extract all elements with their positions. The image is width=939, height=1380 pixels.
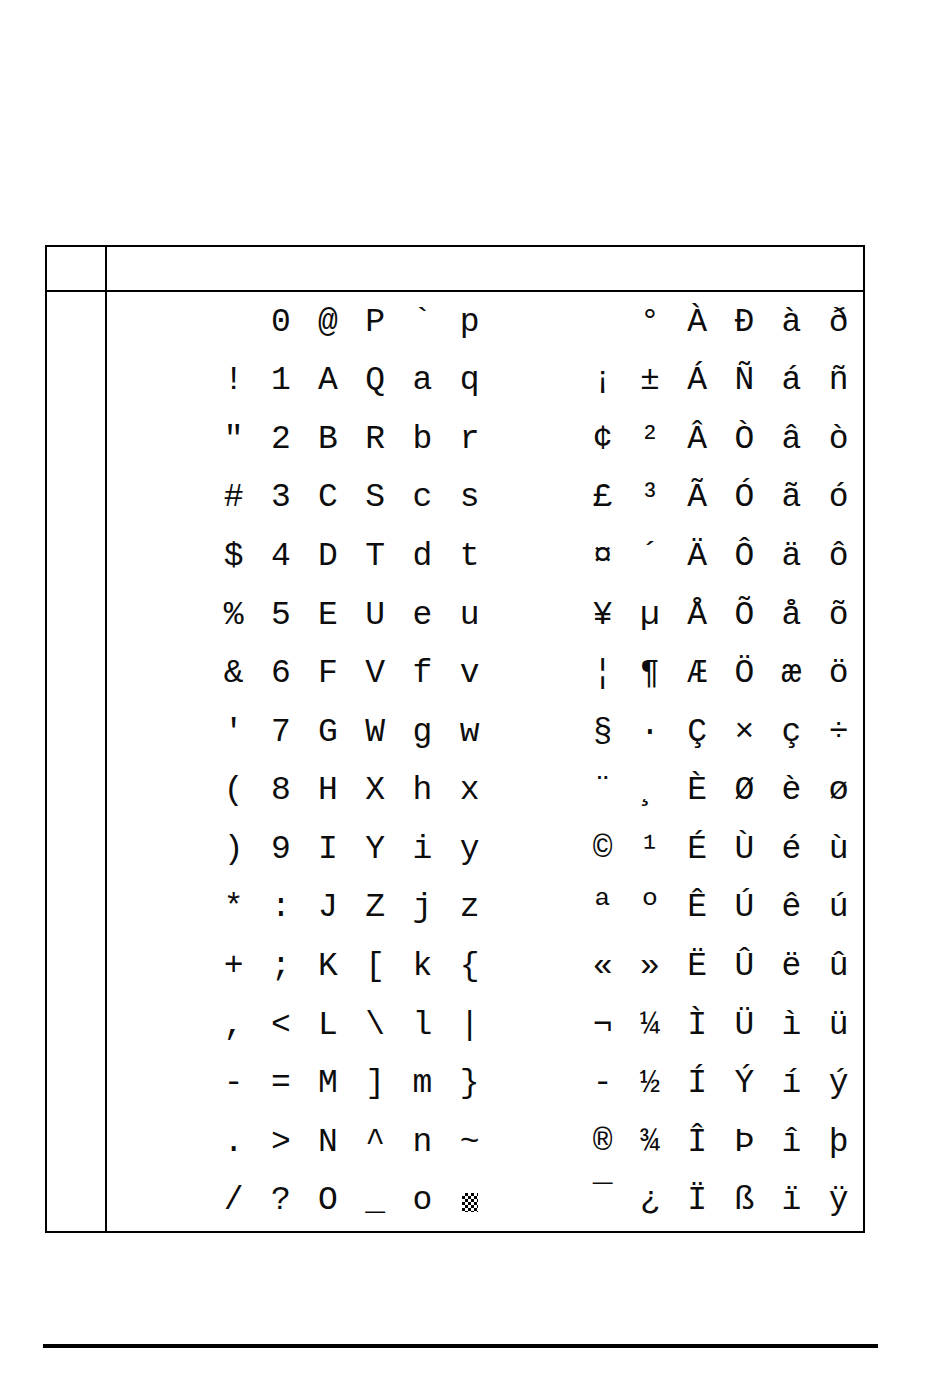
- char-cell-r0c7: °: [626, 293, 673, 352]
- char-cell-r3c5: s: [446, 469, 493, 528]
- char-cell-r15c8: Ï: [674, 1171, 721, 1230]
- char-cell-r10c7: º: [626, 879, 673, 938]
- char-cell-r10c11: ú: [815, 879, 862, 938]
- char-cell-r10c3: Z: [352, 879, 399, 938]
- char-cell-r1c11: ñ: [815, 352, 862, 411]
- char-cell-r10c2: J: [304, 879, 351, 938]
- char-cell-r14c7: ¾: [626, 1113, 673, 1172]
- char-cell-r2c3: R: [352, 410, 399, 469]
- char-cell-r8c9: Ø: [721, 762, 768, 821]
- char-cell-r15c1: ?: [257, 1171, 304, 1230]
- grid-lead-spacer: [107, 469, 210, 528]
- char-cell-r9c4: i: [399, 820, 446, 879]
- grid-block-gap: [493, 644, 579, 703]
- char-cell-r0c0: [210, 293, 257, 352]
- char-cell-r11c8: Ë: [674, 937, 721, 996]
- char-cell-r10c5: z: [446, 879, 493, 938]
- char-cell-r10c0: *: [210, 879, 257, 938]
- char-cell-r8c0: (: [210, 762, 257, 821]
- grid-lead-spacer: [107, 820, 210, 879]
- char-cell-r5c4: e: [399, 586, 446, 645]
- char-cell-r8c11: ø: [815, 762, 862, 821]
- grid-lead-spacer: [107, 1171, 210, 1230]
- char-cell-r12c2: L: [304, 996, 351, 1055]
- char-cell-r7c7: ·: [626, 703, 673, 762]
- char-cell-r12c11: ü: [815, 996, 862, 1055]
- grid-block-gap: [493, 879, 579, 938]
- char-cell-r15c4: o: [399, 1171, 446, 1230]
- char-cell-r13c11: ý: [815, 1054, 862, 1113]
- char-cell-r2c9: Ò: [721, 410, 768, 469]
- char-cell-r9c6: ©: [579, 820, 626, 879]
- grid-lead-spacer: [107, 527, 210, 586]
- char-cell-r1c2: A: [304, 352, 351, 411]
- char-cell-r9c10: é: [768, 820, 815, 879]
- grid-block-gap: [493, 762, 579, 821]
- char-cell-r2c1: 2: [257, 410, 304, 469]
- char-cell-r11c10: ë: [768, 937, 815, 996]
- char-cell-r1c7: ±: [626, 352, 673, 411]
- char-cell-r1c3: Q: [352, 352, 399, 411]
- char-cell-r12c10: ì: [768, 996, 815, 1055]
- char-cell-r7c3: W: [352, 703, 399, 762]
- grid-block-gap: [493, 820, 579, 879]
- char-cell-r12c5: |: [446, 996, 493, 1055]
- char-cell-r7c1: 7: [257, 703, 304, 762]
- char-cell-r14c4: n: [399, 1113, 446, 1172]
- char-cell-r6c11: ö: [815, 644, 862, 703]
- checkerboard-block-glyph: [462, 1193, 478, 1212]
- char-cell-r3c4: c: [399, 469, 446, 528]
- char-cell-r6c4: f: [399, 644, 446, 703]
- char-cell-r9c7: ¹: [626, 820, 673, 879]
- grid-block-gap: [493, 937, 579, 996]
- char-cell-r10c4: j: [399, 879, 446, 938]
- grid-block-gap: [493, 1113, 579, 1172]
- char-cell-r12c1: <: [257, 996, 304, 1055]
- char-cell-r4c9: Ô: [721, 527, 768, 586]
- char-cell-r12c0: ,: [210, 996, 257, 1055]
- char-cell-r15c3: _: [352, 1171, 399, 1230]
- char-cell-r4c4: d: [399, 527, 446, 586]
- char-cell-r3c7: ³: [626, 469, 673, 528]
- char-cell-r2c7: ²: [626, 410, 673, 469]
- char-cell-r3c0: #: [210, 469, 257, 528]
- char-cell-r12c9: Ü: [721, 996, 768, 1055]
- char-cell-r7c9: ×: [721, 703, 768, 762]
- char-cell-r2c10: â: [768, 410, 815, 469]
- char-cell-r14c6: ®: [579, 1113, 626, 1172]
- char-cell-r4c8: Ä: [674, 527, 721, 586]
- char-cell-r5c8: Å: [674, 586, 721, 645]
- grid-lead-spacer: [107, 644, 210, 703]
- char-cell-r5c10: å: [768, 586, 815, 645]
- char-cell-r13c3: ]: [352, 1054, 399, 1113]
- grid-lead-spacer: [107, 1113, 210, 1172]
- char-cell-r4c0: $: [210, 527, 257, 586]
- char-cell-r0c3: P: [352, 293, 399, 352]
- char-cell-r5c7: µ: [626, 586, 673, 645]
- char-cell-r6c0: &: [210, 644, 257, 703]
- manual-page: 0@P`p°ÀÐàð!1AQaq¡±ÁÑáñ"2BRbr¢²ÂÒâò#3CScs…: [0, 0, 939, 1380]
- grid-lead-spacer: [107, 586, 210, 645]
- char-cell-r1c0: !: [210, 352, 257, 411]
- char-cell-r13c10: í: [768, 1054, 815, 1113]
- char-cell-r0c9: Ð: [721, 293, 768, 352]
- grid-lead-spacer: [107, 293, 210, 352]
- char-cell-r7c5: w: [446, 703, 493, 762]
- char-cell-r0c11: ð: [815, 293, 862, 352]
- char-cell-r6c9: Ö: [721, 644, 768, 703]
- char-cell-r2c8: Â: [674, 410, 721, 469]
- char-cell-r0c5: p: [446, 293, 493, 352]
- char-cell-r8c7: ¸: [626, 762, 673, 821]
- char-cell-r3c6: £: [579, 469, 626, 528]
- char-cell-r1c6: ¡: [579, 352, 626, 411]
- char-cell-r2c2: B: [304, 410, 351, 469]
- char-cell-r14c11: þ: [815, 1113, 862, 1172]
- grid-block-gap: [493, 586, 579, 645]
- char-cell-r11c5: {: [446, 937, 493, 996]
- char-cell-r0c10: à: [768, 293, 815, 352]
- char-cell-r13c8: Í: [674, 1054, 721, 1113]
- char-cell-r2c5: r: [446, 410, 493, 469]
- char-cell-r13c2: M: [304, 1054, 351, 1113]
- char-cell-r12c6: ¬: [579, 996, 626, 1055]
- grid-block-gap: [493, 410, 579, 469]
- char-cell-r15c0: /: [210, 1171, 257, 1230]
- char-cell-r5c1: 5: [257, 586, 304, 645]
- char-cell-r6c7: ¶: [626, 644, 673, 703]
- grid-block-gap: [493, 352, 579, 411]
- char-cell-r9c1: 9: [257, 820, 304, 879]
- char-cell-r1c8: Á: [674, 352, 721, 411]
- char-cell-r7c10: ç: [768, 703, 815, 762]
- char-cell-r1c5: q: [446, 352, 493, 411]
- char-cell-r7c0: ': [210, 703, 257, 762]
- char-cell-r7c4: g: [399, 703, 446, 762]
- char-cell-r11c0: +: [210, 937, 257, 996]
- char-cell-r14c0: .: [210, 1113, 257, 1172]
- char-cell-r6c6: ¦: [579, 644, 626, 703]
- char-cell-r13c6: -: [579, 1054, 626, 1113]
- char-cell-r9c8: É: [674, 820, 721, 879]
- footer-rule: [43, 1344, 878, 1348]
- char-cell-r5c6: ¥: [579, 586, 626, 645]
- char-cell-r10c8: Ê: [674, 879, 721, 938]
- char-cell-r14c5: ~: [446, 1113, 493, 1172]
- char-cell-r1c9: Ñ: [721, 352, 768, 411]
- grid-block-gap: [493, 996, 579, 1055]
- char-cell-r4c10: ä: [768, 527, 815, 586]
- char-cell-r11c7: »: [626, 937, 673, 996]
- grid-block-gap: [493, 703, 579, 762]
- char-cell-r6c5: v: [446, 644, 493, 703]
- char-cell-r6c10: æ: [768, 644, 815, 703]
- grid-lead-spacer: [107, 762, 210, 821]
- char-cell-r8c10: è: [768, 762, 815, 821]
- char-cell-r3c1: 3: [257, 469, 304, 528]
- char-cell-r11c4: k: [399, 937, 446, 996]
- grid-lead-spacer: [107, 996, 210, 1055]
- grid-block-gap: [493, 1054, 579, 1113]
- char-cell-r5c11: õ: [815, 586, 862, 645]
- grid-block-gap: [493, 1171, 579, 1230]
- char-cell-r9c3: Y: [352, 820, 399, 879]
- char-cell-r10c9: Ú: [721, 879, 768, 938]
- char-cell-r12c3: \: [352, 996, 399, 1055]
- char-cell-r7c2: G: [304, 703, 351, 762]
- grid-lead-spacer: [107, 410, 210, 469]
- char-cell-r0c1: 0: [257, 293, 304, 352]
- char-cell-r0c2: @: [304, 293, 351, 352]
- char-cell-r15c9: ß: [721, 1171, 768, 1230]
- char-cell-r14c2: N: [304, 1113, 351, 1172]
- char-cell-r8c1: 8: [257, 762, 304, 821]
- char-cell-r11c3: [: [352, 937, 399, 996]
- char-cell-r3c10: ã: [768, 469, 815, 528]
- char-cell-r6c8: Æ: [674, 644, 721, 703]
- char-cell-r12c4: l: [399, 996, 446, 1055]
- char-cell-r15c2: O: [304, 1171, 351, 1230]
- char-cell-r13c4: m: [399, 1054, 446, 1113]
- grid-block-gap: [493, 293, 579, 352]
- char-cell-r6c2: F: [304, 644, 351, 703]
- grid-lead-spacer: [107, 879, 210, 938]
- char-cell-r11c6: «: [579, 937, 626, 996]
- char-cell-r2c6: ¢: [579, 410, 626, 469]
- char-cell-r13c5: }: [446, 1054, 493, 1113]
- char-cell-r6c1: 6: [257, 644, 304, 703]
- char-cell-r15c5: [446, 1171, 493, 1230]
- char-cell-r13c9: Ý: [721, 1054, 768, 1113]
- grid-block-gap: [493, 469, 579, 528]
- char-cell-r4c6: ¤: [579, 527, 626, 586]
- char-cell-r5c5: u: [446, 586, 493, 645]
- char-cell-r8c5: x: [446, 762, 493, 821]
- char-cell-r10c1: :: [257, 879, 304, 938]
- char-cell-r0c8: À: [674, 293, 721, 352]
- char-cell-r15c7: ¿: [626, 1171, 673, 1230]
- char-cell-r12c8: Ì: [674, 996, 721, 1055]
- char-cell-r10c6: ª: [579, 879, 626, 938]
- char-cell-r5c9: Õ: [721, 586, 768, 645]
- char-cell-r8c8: È: [674, 762, 721, 821]
- header-row-divider: [45, 290, 865, 292]
- char-cell-r2c11: ò: [815, 410, 862, 469]
- char-cell-r3c11: ó: [815, 469, 862, 528]
- char-cell-r15c10: ï: [768, 1171, 815, 1230]
- char-cell-r2c4: b: [399, 410, 446, 469]
- char-cell-r0c6: [579, 293, 626, 352]
- char-cell-r9c0: ): [210, 820, 257, 879]
- char-cell-r7c6: §: [579, 703, 626, 762]
- char-cell-r8c4: h: [399, 762, 446, 821]
- char-cell-r1c4: a: [399, 352, 446, 411]
- char-cell-r13c7: ½: [626, 1054, 673, 1113]
- char-cell-r11c2: K: [304, 937, 351, 996]
- char-cell-r3c8: Ã: [674, 469, 721, 528]
- character-grid: 0@P`p°ÀÐàð!1AQaq¡±ÁÑáñ"2BRbr¢²ÂÒâò#3CScs…: [107, 293, 863, 1230]
- grid-lead-spacer: [107, 352, 210, 411]
- char-cell-r2c0: ": [210, 410, 257, 469]
- grid-block-gap: [493, 527, 579, 586]
- char-cell-r14c8: Î: [674, 1113, 721, 1172]
- char-cell-r8c6: ¨: [579, 762, 626, 821]
- table-header-cell: [109, 247, 863, 290]
- char-cell-r4c5: t: [446, 527, 493, 586]
- char-cell-r10c10: ê: [768, 879, 815, 938]
- char-cell-r11c1: ;: [257, 937, 304, 996]
- char-cell-r3c2: C: [304, 469, 351, 528]
- grid-lead-spacer: [107, 703, 210, 762]
- char-cell-r12c7: ¼: [626, 996, 673, 1055]
- char-cell-r11c9: Û: [721, 937, 768, 996]
- char-cell-r9c11: ù: [815, 820, 862, 879]
- char-cell-r14c9: Þ: [721, 1113, 768, 1172]
- char-cell-r15c11: ÿ: [815, 1171, 862, 1230]
- char-cell-r5c0: %: [210, 586, 257, 645]
- char-cell-r13c0: -: [210, 1054, 257, 1113]
- table-row-label-column: [47, 293, 105, 1230]
- char-cell-r8c2: H: [304, 762, 351, 821]
- char-cell-r3c3: S: [352, 469, 399, 528]
- char-cell-r14c1: >: [257, 1113, 304, 1172]
- char-cell-r3c9: Ó: [721, 469, 768, 528]
- char-cell-r4c7: ´: [626, 527, 673, 586]
- char-cell-r1c1: 1: [257, 352, 304, 411]
- char-cell-r4c3: T: [352, 527, 399, 586]
- char-cell-r11c11: û: [815, 937, 862, 996]
- char-cell-r9c5: y: [446, 820, 493, 879]
- char-cell-r9c2: I: [304, 820, 351, 879]
- char-cell-r9c9: Ù: [721, 820, 768, 879]
- char-cell-r7c8: Ç: [674, 703, 721, 762]
- char-cell-r4c1: 4: [257, 527, 304, 586]
- char-cell-r5c2: E: [304, 586, 351, 645]
- char-cell-r5c3: U: [352, 586, 399, 645]
- char-cell-r8c3: X: [352, 762, 399, 821]
- char-cell-r4c2: D: [304, 527, 351, 586]
- char-cell-r1c10: á: [768, 352, 815, 411]
- char-cell-r6c3: V: [352, 644, 399, 703]
- char-cell-r4c11: ô: [815, 527, 862, 586]
- char-cell-r13c1: =: [257, 1054, 304, 1113]
- grid-lead-spacer: [107, 1054, 210, 1113]
- char-cell-r7c11: ÷: [815, 703, 862, 762]
- grid-lead-spacer: [107, 937, 210, 996]
- char-cell-r14c10: î: [768, 1113, 815, 1172]
- table-corner-cell: [47, 247, 105, 290]
- char-cell-r15c6: ¯: [579, 1171, 626, 1230]
- char-cell-r0c4: `: [399, 293, 446, 352]
- char-cell-r14c3: ^: [352, 1113, 399, 1172]
